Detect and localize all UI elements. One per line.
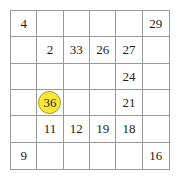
cell-r1c2[interactable]: [37, 11, 63, 37]
cell-r6c4[interactable]: [90, 143, 116, 169]
cell-r2c6[interactable]: [143, 37, 169, 63]
cell-r3c6[interactable]: [143, 64, 169, 90]
cell-r5c5[interactable]: 18: [116, 116, 142, 142]
cell-r1c1[interactable]: 4: [11, 11, 37, 37]
cell-r6c5[interactable]: [116, 143, 142, 169]
cell-r1c3[interactable]: [64, 11, 90, 37]
cell-r6c6[interactable]: 16: [143, 143, 169, 169]
cell-r5c4[interactable]: 19: [90, 116, 116, 142]
cell-r4c4[interactable]: [90, 90, 116, 116]
cell-r3c1[interactable]: [11, 64, 37, 90]
cell-r4c3[interactable]: [64, 90, 90, 116]
cell-r6c1[interactable]: 9: [11, 143, 37, 169]
cell-r4c5[interactable]: 21: [116, 90, 142, 116]
cell-r5c1[interactable]: [11, 116, 37, 142]
cell-r1c5[interactable]: [116, 11, 142, 37]
cell-r5c3[interactable]: 12: [64, 116, 90, 142]
cell-r5c2[interactable]: 11: [37, 116, 63, 142]
cell-r2c1[interactable]: [11, 37, 37, 63]
cell-r2c2[interactable]: 2: [37, 37, 63, 63]
cell-r3c5[interactable]: 24: [116, 64, 142, 90]
cell-r3c3[interactable]: [64, 64, 90, 90]
cell-r1c4[interactable]: [90, 11, 116, 37]
cell-r2c4[interactable]: 26: [90, 37, 116, 63]
cell-r2c5[interactable]: 27: [116, 37, 142, 63]
cell-r4c2[interactable]: 36: [37, 90, 63, 116]
cell-r2c3[interactable]: 33: [64, 37, 90, 63]
highlight-circle: 36: [38, 91, 61, 114]
cell-r4c1[interactable]: [11, 90, 37, 116]
cell-r3c2[interactable]: [37, 64, 63, 90]
cell-r1c6[interactable]: 29: [143, 11, 169, 37]
cell-r3c4[interactable]: [90, 64, 116, 90]
cell-r6c2[interactable]: [37, 143, 63, 169]
cell-r4c6[interactable]: [143, 90, 169, 116]
cell-r6c3[interactable]: [64, 143, 90, 169]
puzzle-board: 4 29 2 33 26 27 24 36 21 11 12 19 18 9 1…: [10, 10, 170, 170]
cell-r5c6[interactable]: [143, 116, 169, 142]
